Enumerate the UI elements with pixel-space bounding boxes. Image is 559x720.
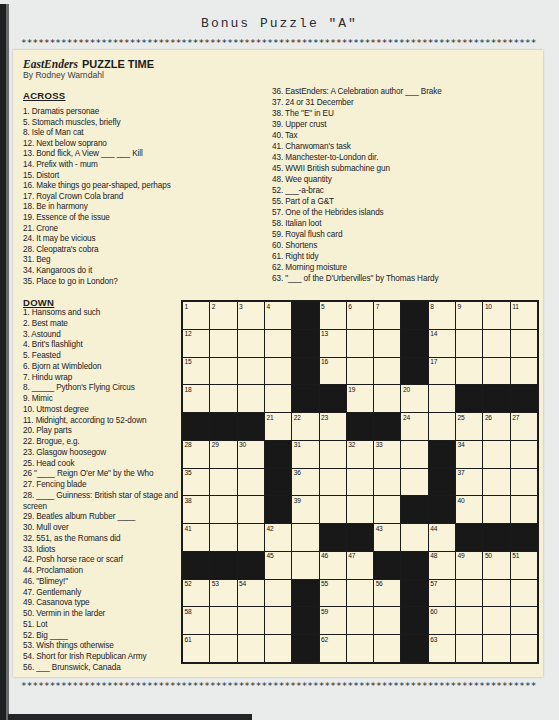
- cell-number: 36: [294, 469, 301, 476]
- across-clue: 38. The "E" in EU: [272, 108, 540, 119]
- grid-cell[interactable]: 29: [210, 441, 236, 468]
- grid-block-cell: [456, 524, 482, 551]
- grid-cell[interactable]: [210, 330, 236, 357]
- grid-cell[interactable]: 13: [320, 330, 346, 357]
- grid-cell[interactable]: [320, 496, 346, 523]
- grid-cell[interactable]: [347, 635, 373, 662]
- grid-cell[interactable]: 34: [456, 441, 482, 468]
- grid-block-cell: [401, 552, 427, 579]
- grid-cell[interactable]: 50: [483, 552, 509, 579]
- grid-cell[interactable]: 2: [210, 302, 236, 329]
- across-clue: 5. Stomach muscles, briefly: [23, 118, 263, 129]
- down-clue: 46. "Blimey!": [23, 577, 181, 588]
- grid-cell[interactable]: 62: [320, 635, 346, 662]
- grid-block-cell: [511, 524, 537, 551]
- grid-cell[interactable]: 48: [429, 552, 455, 579]
- grid-cell[interactable]: [238, 607, 264, 634]
- grid-block-cell: [456, 385, 482, 412]
- grid-block-cell: [401, 302, 427, 329]
- cell-number: 56: [376, 580, 383, 587]
- grid-cell[interactable]: 33: [374, 441, 400, 468]
- across-clue: 52. ___-a-brac: [272, 185, 540, 196]
- across-clue: 60. Shortens: [272, 240, 540, 251]
- grid-cell[interactable]: 51: [511, 552, 537, 579]
- grid-cell[interactable]: 30: [238, 441, 264, 468]
- grid-cell[interactable]: [347, 330, 373, 357]
- grid-cell[interactable]: [483, 580, 509, 607]
- grid-cell[interactable]: [238, 635, 264, 662]
- grid-cell[interactable]: [456, 358, 482, 385]
- down-heading: DOWN: [23, 297, 54, 308]
- grid-cell[interactable]: [483, 607, 509, 634]
- grid-cell[interactable]: [483, 496, 509, 523]
- grid-block-cell: [401, 358, 427, 385]
- across-clue: 15. Distort: [23, 171, 263, 182]
- cell-number: 55: [321, 580, 328, 587]
- across-clue: 21. Crone: [23, 224, 263, 235]
- grid-cell[interactable]: 53: [210, 580, 236, 607]
- grid-block-cell: [401, 330, 427, 357]
- grid-cell[interactable]: [483, 635, 509, 662]
- grid-cell[interactable]: 20: [401, 385, 427, 412]
- grid-cell[interactable]: [374, 330, 400, 357]
- grid-cell[interactable]: [265, 330, 291, 357]
- across-clue: 62. Morning moisture: [272, 262, 540, 273]
- cell-number: 6: [348, 303, 351, 310]
- cell-number: 18: [185, 386, 192, 393]
- cell-number: 61: [185, 636, 192, 643]
- grid-cell[interactable]: 44: [429, 524, 455, 551]
- grid-block-cell: [210, 413, 236, 440]
- cell-number: 39: [294, 497, 301, 504]
- across-clue: 39. Upper crust: [272, 119, 540, 130]
- masthead-title: PUZZLE TIME: [82, 58, 154, 70]
- grid-block-cell: [374, 413, 400, 440]
- across-clues-list: 1. Dramatis personae5. Stomach muscles, …: [23, 107, 263, 287]
- cell-number: 32: [348, 441, 355, 448]
- cell-number: 10: [485, 303, 492, 310]
- grid-block-cell: [401, 580, 427, 607]
- down-clue: 20. Play parts: [23, 426, 181, 437]
- down-clue: 51. Lot: [23, 620, 181, 631]
- grid-cell[interactable]: 57: [429, 580, 455, 607]
- across-clue: 55. Part of a G&T: [272, 196, 540, 207]
- grid-cell[interactable]: [429, 385, 455, 412]
- grid-block-cell: [292, 358, 318, 385]
- down-clue: 11. Midnight, according to 52-down: [23, 416, 181, 427]
- grid-cell[interactable]: 55: [320, 580, 346, 607]
- across-clue: 28. Cleopatra's cobra: [23, 245, 263, 256]
- cell-number: 15: [185, 358, 192, 365]
- grid-cell[interactable]: 47: [347, 552, 373, 579]
- cell-number: 30: [239, 441, 246, 448]
- down-clue: 10. Utmost degree: [23, 405, 181, 416]
- cell-number: 40: [458, 497, 465, 504]
- grid-block-cell: [429, 441, 455, 468]
- grid-cell[interactable]: [456, 330, 482, 357]
- puzzle-panel: EastEndersPUZZLE TIME By Rodney Warndahl…: [13, 50, 543, 677]
- down-clue: 47. Gentlemanly: [23, 588, 181, 599]
- cell-number: 51: [512, 552, 519, 559]
- cell-number: 38: [185, 497, 192, 504]
- grid-cell[interactable]: [320, 441, 346, 468]
- across-clue: 59. Royal flush card: [272, 229, 540, 240]
- grid-cell[interactable]: [347, 580, 373, 607]
- grid-cell[interactable]: 25: [456, 413, 482, 440]
- grid-cell[interactable]: 12: [183, 330, 209, 357]
- cell-number: 45: [266, 552, 273, 559]
- grid-cell[interactable]: [374, 469, 400, 496]
- across-clue: 45. WWII British submachine gun: [272, 163, 540, 174]
- down-clue: 1. Hansoms and such: [23, 308, 181, 319]
- cell-number: 50: [485, 552, 492, 559]
- grid-cell[interactable]: 27: [511, 413, 537, 440]
- grid-block-cell: [238, 552, 264, 579]
- grid-cell[interactable]: [456, 580, 482, 607]
- across-clue: 41. Charwoman's task: [272, 141, 540, 152]
- grid-cell[interactable]: [238, 524, 264, 551]
- grid-cell[interactable]: [511, 469, 537, 496]
- cell-number: 22: [294, 414, 301, 421]
- grid-cell[interactable]: [210, 635, 236, 662]
- grid-cell[interactable]: 6: [347, 302, 373, 329]
- grid-block-cell: [183, 552, 209, 579]
- grid-cell[interactable]: 10: [483, 302, 509, 329]
- cell-number: 49: [458, 552, 465, 559]
- grid-cell[interactable]: [511, 607, 537, 634]
- across-clue: 16. Make things go pear-shaped, perhaps: [23, 181, 263, 192]
- cell-number: 53: [212, 580, 219, 587]
- grid-cell[interactable]: [292, 552, 318, 579]
- grid-cell[interactable]: [210, 496, 236, 523]
- down-clue: 27. Fencing blade: [23, 480, 181, 491]
- grid-cell[interactable]: 35: [183, 469, 209, 496]
- grid-cell[interactable]: 37: [456, 469, 482, 496]
- grid-cell[interactable]: 21: [265, 413, 291, 440]
- cell-number: 42: [266, 525, 273, 532]
- across-clue: 61. Right tidy: [272, 251, 540, 262]
- across-clue: 31. Beg: [23, 255, 263, 266]
- grid-cell[interactable]: [483, 330, 509, 357]
- cell-number: 1: [185, 303, 188, 310]
- cell-number: 44: [430, 525, 437, 532]
- grid-cell[interactable]: 23: [320, 413, 346, 440]
- grid-cell[interactable]: 32: [347, 441, 373, 468]
- grid-cell[interactable]: 14: [429, 330, 455, 357]
- grid-cell[interactable]: 60: [429, 607, 455, 634]
- grid-cell[interactable]: 45: [265, 552, 291, 579]
- grid-cell[interactable]: [374, 358, 400, 385]
- grid-block-cell: [483, 524, 509, 551]
- grid-cell[interactable]: 24: [401, 413, 427, 440]
- grid-cell[interactable]: [456, 607, 482, 634]
- grid-cell[interactable]: [265, 385, 291, 412]
- down-clue: 30. Mull over: [23, 523, 181, 534]
- grid-cell[interactable]: 9: [456, 302, 482, 329]
- cell-number: 33: [376, 441, 383, 448]
- cell-number: 3: [239, 303, 242, 310]
- cell-number: 25: [458, 414, 465, 421]
- grid-cell[interactable]: [401, 469, 427, 496]
- grid-cell[interactable]: [210, 469, 236, 496]
- grid-cell[interactable]: [483, 358, 509, 385]
- cell-number: 27: [512, 414, 519, 421]
- across-clue: 34. Kangaroos do it: [23, 266, 263, 277]
- grid-cell[interactable]: 56: [374, 580, 400, 607]
- grid-cell[interactable]: [210, 524, 236, 551]
- grid-cell[interactable]: [511, 635, 537, 662]
- grid-cell[interactable]: [347, 358, 373, 385]
- across-clue: 24. It may be vicious: [23, 234, 263, 245]
- grid-block-cell: [347, 524, 373, 551]
- down-clue: 9. Mimic: [23, 394, 181, 405]
- grid-block-cell: [429, 496, 455, 523]
- grid-cell[interactable]: [374, 385, 400, 412]
- cell-number: 52: [185, 580, 192, 587]
- across-clue: 35. Place to go in London?: [23, 277, 263, 288]
- grid-cell[interactable]: [265, 607, 291, 634]
- grid-block-cell: [320, 385, 346, 412]
- across-clue: 12. Next below soprano: [23, 139, 263, 150]
- grid-cell[interactable]: [401, 524, 427, 551]
- cell-number: 9: [458, 303, 461, 310]
- down-clue: 28. ____ Guinness: British star of stage…: [23, 491, 181, 513]
- grid-block-cell: [292, 607, 318, 634]
- grid-cell[interactable]: [347, 469, 373, 496]
- down-clue: 6. Bjorn at Wimbledon: [23, 362, 181, 373]
- grid-cell[interactable]: 46: [320, 552, 346, 579]
- grid-cell[interactable]: 40: [456, 496, 482, 523]
- grid-block-cell: [210, 552, 236, 579]
- grid-cell[interactable]: [265, 358, 291, 385]
- grid-cell[interactable]: 8: [429, 302, 455, 329]
- grid-block-cell: [511, 385, 537, 412]
- across-clue: 63. "___ of the D'Urbervilles" by Thomas…: [272, 273, 540, 284]
- grid-block-cell: [292, 635, 318, 662]
- grid-cell[interactable]: 54: [238, 580, 264, 607]
- crossword-grid: 1234567891011121314151617181920212223242…: [181, 300, 539, 664]
- scan-edge-left: [0, 4, 9, 720]
- grid-block-cell: [183, 413, 209, 440]
- grid-cell[interactable]: 28: [183, 441, 209, 468]
- grid-cell[interactable]: 26: [483, 413, 509, 440]
- grid-cell[interactable]: 42: [265, 524, 291, 551]
- across-clue: 17. Royal Crown Cola brand: [23, 192, 263, 203]
- cell-number: 2: [212, 303, 215, 310]
- cell-number: 8: [430, 303, 433, 310]
- cell-number: 43: [376, 525, 383, 532]
- cell-number: 35: [185, 469, 192, 476]
- grid-cell[interactable]: [511, 358, 537, 385]
- grid-cell[interactable]: [374, 607, 400, 634]
- grid-cell[interactable]: [347, 496, 373, 523]
- grid-cell[interactable]: 7: [374, 302, 400, 329]
- grid-cell[interactable]: [238, 330, 264, 357]
- grid-cell[interactable]: 38: [183, 496, 209, 523]
- grid-cell[interactable]: [238, 358, 264, 385]
- cell-number: 7: [376, 303, 379, 310]
- grid-cell[interactable]: 3: [238, 302, 264, 329]
- down-clue: 8. _____ Python's Flying Circus: [23, 383, 181, 394]
- masthead-title-italic: EastEnders: [23, 58, 78, 70]
- cell-number: 54: [239, 580, 246, 587]
- cell-number: 16: [321, 358, 328, 365]
- across-clue: 48. Wee quantity: [272, 174, 540, 185]
- grid-cell[interactable]: 36: [292, 469, 318, 496]
- grid-cell[interactable]: 17: [429, 358, 455, 385]
- grid-block-cell: [401, 635, 427, 662]
- across-clue: 37. 24 or 31 December: [272, 97, 540, 108]
- cell-number: 14: [430, 330, 437, 337]
- cell-number: 62: [321, 636, 328, 643]
- grid-cell[interactable]: [483, 441, 509, 468]
- cell-number: 11: [512, 303, 518, 310]
- cell-number: 29: [212, 441, 219, 448]
- grid-block-cell: [265, 441, 291, 468]
- down-clue: 53. Wish things otherwise: [23, 641, 181, 652]
- down-clue: 22. Brogue, e.g.: [23, 437, 181, 448]
- across-heading: ACROSS: [23, 90, 65, 101]
- grid-cell[interactable]: [238, 469, 264, 496]
- grid-cell[interactable]: 52: [183, 580, 209, 607]
- across-clue: 58. Italian loot: [272, 218, 540, 229]
- cell-number: 17: [430, 358, 437, 365]
- cell-number: 12: [185, 330, 192, 337]
- cell-number: 28: [185, 441, 192, 448]
- grid-cell[interactable]: 41: [183, 524, 209, 551]
- grid-cell[interactable]: [429, 413, 455, 440]
- across-clue: 1. Dramatis personae: [23, 107, 263, 118]
- cell-number: 63: [430, 636, 437, 643]
- grid-cell[interactable]: [265, 580, 291, 607]
- grid-cell[interactable]: 19: [347, 385, 373, 412]
- down-clue: 29. Beatles album Rubber ____: [23, 512, 181, 523]
- grid-block-cell: [292, 580, 318, 607]
- cell-number: 20: [403, 386, 410, 393]
- down-clue: 44. Proclamation: [23, 566, 181, 577]
- across-clue: 19. Essence of the issue: [23, 213, 263, 224]
- grid-cell[interactable]: 5: [320, 302, 346, 329]
- grid-cell[interactable]: 18: [183, 385, 209, 412]
- grid-cell[interactable]: 59: [320, 607, 346, 634]
- across-clue: 40. Tax: [272, 130, 540, 141]
- cell-number: 47: [348, 552, 355, 559]
- grid-cell[interactable]: [320, 469, 346, 496]
- down-clue: 32. 551, as the Romans did: [23, 534, 181, 545]
- cell-number: 26: [485, 414, 492, 421]
- down-clue: 33. Idiots: [23, 545, 181, 556]
- cell-number: 24: [403, 414, 410, 421]
- across-clues-list-continued: 36. EastEnders: A Celebration author ___…: [272, 86, 540, 284]
- grid-cell[interactable]: [238, 385, 264, 412]
- grid-block-cell: [320, 524, 346, 551]
- down-clue: 7. Hindu wrap: [23, 373, 181, 384]
- grid-cell[interactable]: 1: [183, 302, 209, 329]
- grid-block-cell: [401, 607, 427, 634]
- down-clue: 5. Feasted: [23, 351, 181, 362]
- cell-number: 19: [348, 386, 355, 393]
- cell-number: 34: [458, 441, 465, 448]
- grid-cell[interactable]: [210, 607, 236, 634]
- grid-block-cell: [265, 469, 291, 496]
- down-clue: 3. Astound: [23, 330, 181, 341]
- grid-cell[interactable]: 43: [374, 524, 400, 551]
- scanned-page: Bonus Puzzle "A" ***********************…: [0, 0, 559, 720]
- grid-cell[interactable]: 49: [456, 552, 482, 579]
- grid-cell[interactable]: [511, 496, 537, 523]
- cell-number: 23: [321, 414, 328, 421]
- down-clue: 42. Posh horse race or scarf: [23, 555, 181, 566]
- grid-cell[interactable]: [292, 524, 318, 551]
- cell-number: 48: [430, 552, 437, 559]
- grid-cell[interactable]: 58: [183, 607, 209, 634]
- scan-edge-bottom: [8, 714, 252, 720]
- grid-cell[interactable]: 11: [511, 302, 537, 329]
- grid-block-cell: [292, 330, 318, 357]
- grid-block-cell: [238, 413, 264, 440]
- grid-cell[interactable]: 4: [265, 302, 291, 329]
- grid-block-cell: [429, 469, 455, 496]
- grid-cell[interactable]: [511, 580, 537, 607]
- across-clue: 13. Bond flick, A View ___ ___ Kill: [23, 149, 263, 160]
- page-title: Bonus Puzzle "A": [0, 16, 559, 31]
- grid-block-cell: [374, 552, 400, 579]
- grid-cell[interactable]: [483, 469, 509, 496]
- grid-cell[interactable]: [511, 330, 537, 357]
- grid-cell[interactable]: [210, 358, 236, 385]
- cell-number: 31: [294, 441, 301, 448]
- grid-cell[interactable]: 61: [183, 635, 209, 662]
- grid-block-cell: [292, 385, 318, 412]
- down-clue: 52. Big ____: [23, 631, 181, 642]
- down-clues-list: 1. Hansoms and such2. Best mate3. Astoun…: [23, 308, 181, 674]
- grid-cell[interactable]: 22: [292, 413, 318, 440]
- down-clue: 50. Vermin in the larder: [23, 609, 181, 620]
- grid-cell[interactable]: [347, 607, 373, 634]
- grid-block-cell: [347, 413, 373, 440]
- grid-cell[interactable]: [238, 496, 264, 523]
- grid-cell[interactable]: 39: [292, 496, 318, 523]
- grid-cell[interactable]: [511, 441, 537, 468]
- cell-number: 5: [321, 303, 324, 310]
- down-clue: 2. Best mate: [23, 319, 181, 330]
- cell-number: 57: [430, 580, 437, 587]
- down-clue: 4. Brit's flashlight: [23, 340, 181, 351]
- grid-cell[interactable]: 16: [320, 358, 346, 385]
- byline: By Rodney Warndahl: [23, 70, 104, 80]
- grid-cell[interactable]: [374, 496, 400, 523]
- down-clue: 25. Head cook: [23, 459, 181, 470]
- down-clue: 56. ___ Brunswick, Canada: [23, 663, 181, 674]
- cell-number: 46: [321, 552, 328, 559]
- grid-cell[interactable]: [210, 385, 236, 412]
- grid-cell[interactable]: 63: [429, 635, 455, 662]
- grid-cell[interactable]: [265, 635, 291, 662]
- grid-cell[interactable]: 15: [183, 358, 209, 385]
- grid-cell[interactable]: [401, 441, 427, 468]
- across-clue: 18. Be in harmony: [23, 202, 263, 213]
- divider-bottom: ****************************************…: [21, 680, 543, 691]
- down-clue: 54. Short for Irish Republican Army: [23, 652, 181, 663]
- across-clue: 36. EastEnders: A Celebration author ___…: [272, 86, 540, 97]
- across-clue: 8. Isle of Man cat: [23, 128, 263, 139]
- grid-cell[interactable]: [456, 635, 482, 662]
- down-clue: 26 "____ Reign O'er Me" by the Who: [23, 469, 181, 480]
- cell-number: 37: [458, 469, 465, 476]
- grid-cell[interactable]: 31: [292, 441, 318, 468]
- grid-block-cell: [265, 496, 291, 523]
- grid-cell[interactable]: [374, 635, 400, 662]
